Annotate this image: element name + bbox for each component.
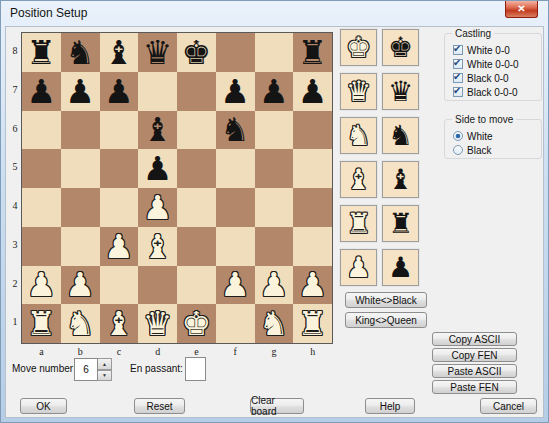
side-option-white: White bbox=[453, 130, 493, 142]
black-king-icon: ♚ bbox=[182, 36, 212, 69]
radio-white[interactable] bbox=[453, 131, 463, 141]
castling-option-black-0-0: ✔Black 0-0 bbox=[453, 72, 509, 84]
white-rook-icon: ♜ bbox=[298, 307, 328, 340]
rank-label-8: 8 bbox=[10, 32, 20, 71]
file-label-c: c bbox=[100, 345, 139, 358]
square-e7[interactable] bbox=[177, 72, 216, 111]
white-rook-icon: ♜ bbox=[27, 307, 57, 340]
square-h4[interactable] bbox=[293, 188, 332, 227]
side-to-move-group-label: Side to move bbox=[452, 114, 516, 125]
white-knight-icon: ♞ bbox=[65, 307, 95, 340]
square-b4[interactable] bbox=[61, 188, 100, 227]
square-h2[interactable]: ♟ bbox=[293, 266, 332, 305]
file-label-g: g bbox=[255, 345, 294, 358]
square-g1[interactable]: ♞ bbox=[255, 304, 294, 343]
palette-white-king[interactable]: ♚ bbox=[340, 29, 377, 66]
black-rook-icon: ♜ bbox=[298, 36, 328, 69]
square-f7[interactable]: ♟ bbox=[216, 72, 255, 111]
position-setup-dialog: Position Setup ✕ 87654321 ♜♞♝♛♚♜♟♟♟♟♟♟♝♞… bbox=[0, 0, 549, 423]
palette-black-knight[interactable]: ♞ bbox=[382, 117, 419, 154]
square-a4[interactable] bbox=[22, 188, 61, 227]
help-button[interactable]: Help bbox=[365, 398, 415, 414]
white-rook-icon: ♜ bbox=[346, 210, 371, 238]
palette-white-rook[interactable]: ♜ bbox=[340, 205, 377, 242]
check-icon: ✔ bbox=[453, 43, 461, 54]
white-pawn-icon: ♟ bbox=[298, 268, 328, 301]
black-king-icon: ♚ bbox=[388, 34, 413, 62]
black-pawn-icon: ♟ bbox=[104, 75, 134, 108]
palette-white-bishop[interactable]: ♝ bbox=[340, 161, 377, 198]
square-c3[interactable]: ♟ bbox=[100, 227, 139, 266]
black-queen-icon: ♛ bbox=[143, 36, 173, 69]
file-label-d: d bbox=[138, 345, 177, 358]
white-pawn-icon: ♟ bbox=[346, 254, 371, 282]
black-knight-icon: ♞ bbox=[220, 113, 250, 146]
square-f1[interactable] bbox=[216, 304, 255, 343]
square-d1[interactable]: ♛ bbox=[138, 304, 177, 343]
square-e1[interactable]: ♚ bbox=[177, 304, 216, 343]
white-bishop-icon: ♝ bbox=[143, 230, 173, 263]
square-a2[interactable]: ♟ bbox=[22, 266, 61, 305]
file-label-b: b bbox=[61, 345, 100, 358]
rank-label-2: 2 bbox=[10, 265, 20, 304]
square-f2[interactable]: ♟ bbox=[216, 266, 255, 305]
checkbox-label-black-0-0-0: Black 0-0-0 bbox=[467, 87, 518, 98]
square-h7[interactable]: ♟ bbox=[293, 72, 332, 111]
square-a6[interactable] bbox=[22, 111, 61, 150]
black-pawn-icon: ♟ bbox=[143, 152, 173, 185]
dialog-body: 87654321 ♜♞♝♛♚♜♟♟♟♟♟♟♝♞♟♟♟♝♟♟♟♟♟♜♞♝♛♚♞♜ … bbox=[5, 26, 544, 418]
checkbox-black-0-0[interactable]: ✔ bbox=[453, 73, 463, 83]
white-pawn-icon: ♟ bbox=[104, 230, 134, 263]
square-d7[interactable] bbox=[138, 72, 177, 111]
white-pawn-icon: ♟ bbox=[143, 191, 173, 224]
white-queen-icon: ♛ bbox=[346, 78, 371, 106]
square-g3[interactable] bbox=[255, 227, 294, 266]
square-c1[interactable]: ♝ bbox=[100, 304, 139, 343]
square-e4[interactable] bbox=[177, 188, 216, 227]
square-d5[interactable]: ♟ bbox=[138, 149, 177, 188]
square-c2[interactable] bbox=[100, 266, 139, 305]
black-pawn-icon: ♟ bbox=[27, 75, 57, 108]
square-a8[interactable]: ♜ bbox=[22, 33, 61, 72]
file-label-f: f bbox=[216, 345, 255, 358]
square-d8[interactable]: ♛ bbox=[138, 33, 177, 72]
spinner-up-icon[interactable]: ▲ bbox=[98, 358, 112, 370]
white-bishop-icon: ♝ bbox=[104, 307, 134, 340]
square-f6[interactable]: ♞ bbox=[216, 111, 255, 150]
square-d6[interactable]: ♝ bbox=[138, 111, 177, 150]
piece-palette: ♚♚♛♛♞♞♝♝♜♜♟♟ bbox=[340, 29, 419, 286]
palette-black-king[interactable]: ♚ bbox=[382, 29, 419, 66]
square-d2[interactable] bbox=[138, 266, 177, 305]
close-icon: ✕ bbox=[517, 3, 525, 14]
move-number-label: Move number: bbox=[12, 363, 76, 374]
copy-fen-button[interactable]: Copy FEN bbox=[432, 348, 517, 362]
black-pawn-icon: ♟ bbox=[298, 75, 328, 108]
rank-label-5: 5 bbox=[10, 148, 20, 187]
square-c6[interactable] bbox=[100, 111, 139, 150]
black-queen-icon: ♛ bbox=[388, 78, 413, 106]
paste-fen-button[interactable]: Paste FEN bbox=[432, 380, 517, 394]
square-d4[interactable]: ♟ bbox=[138, 188, 177, 227]
square-a3[interactable] bbox=[22, 227, 61, 266]
castling-group: Castling ✔White 0-0✔White 0-0-0✔Black 0-… bbox=[444, 33, 542, 101]
black-rook-icon: ♜ bbox=[27, 36, 57, 69]
king-queen-swap-button[interactable]: King<>Queen bbox=[345, 312, 427, 328]
side-option-black: Black bbox=[453, 144, 491, 156]
checkbox-white-0-0-0[interactable]: ✔ bbox=[453, 59, 463, 69]
checkbox-label-black-0-0: Black 0-0 bbox=[467, 73, 509, 84]
castling-option-white-0-0: ✔White 0-0 bbox=[453, 44, 510, 56]
square-a5[interactable] bbox=[22, 149, 61, 188]
black-pawn-icon: ♟ bbox=[220, 75, 250, 108]
square-h6[interactable] bbox=[293, 111, 332, 150]
square-h3[interactable] bbox=[293, 227, 332, 266]
reset-button[interactable]: Reset bbox=[134, 398, 185, 414]
square-g5[interactable] bbox=[255, 149, 294, 188]
en-passant-field[interactable] bbox=[185, 357, 206, 381]
black-bishop-icon: ♝ bbox=[104, 36, 134, 69]
white-knight-icon: ♞ bbox=[259, 307, 289, 340]
rank-label-4: 4 bbox=[10, 187, 20, 226]
move-number-stepper[interactable]: 6 ▲ ▼ bbox=[74, 358, 112, 381]
square-e8[interactable]: ♚ bbox=[177, 33, 216, 72]
palette-black-bishop[interactable]: ♝ bbox=[382, 161, 419, 198]
close-button[interactable]: ✕ bbox=[505, 1, 538, 18]
square-b8[interactable]: ♞ bbox=[61, 33, 100, 72]
white-pawn-icon: ♟ bbox=[27, 268, 57, 301]
checkbox-black-0-0-0[interactable]: ✔ bbox=[453, 87, 463, 97]
square-b6[interactable] bbox=[61, 111, 100, 150]
rank-labels: 87654321 bbox=[10, 32, 20, 342]
move-number-value[interactable]: 6 bbox=[74, 358, 98, 381]
square-c4[interactable] bbox=[100, 188, 139, 227]
square-g8[interactable] bbox=[255, 33, 294, 72]
square-b2[interactable]: ♟ bbox=[61, 266, 100, 305]
square-e5[interactable] bbox=[177, 149, 216, 188]
square-c8[interactable]: ♝ bbox=[100, 33, 139, 72]
black-bishop-icon: ♝ bbox=[143, 113, 173, 146]
check-icon: ✔ bbox=[453, 57, 461, 68]
square-a7[interactable]: ♟ bbox=[22, 72, 61, 111]
rank-label-3: 3 bbox=[10, 226, 20, 265]
ok-button[interactable]: OK bbox=[20, 398, 67, 414]
square-g4[interactable] bbox=[255, 188, 294, 227]
black-bishop-icon: ♝ bbox=[388, 166, 413, 194]
cancel-button[interactable]: Cancel bbox=[480, 398, 537, 414]
radio-label-white: White bbox=[467, 131, 493, 142]
square-c7[interactable]: ♟ bbox=[100, 72, 139, 111]
spinner-arrows: ▲ ▼ bbox=[98, 358, 112, 381]
checkbox-label-white-0-0: White 0-0 bbox=[467, 45, 510, 56]
radio-label-black: Black bbox=[467, 145, 491, 156]
castling-option-white-0-0-0: ✔White 0-0-0 bbox=[453, 58, 519, 70]
palette-white-queen[interactable]: ♛ bbox=[340, 73, 377, 110]
rank-label-7: 7 bbox=[10, 71, 20, 110]
black-pawn-icon: ♟ bbox=[388, 254, 413, 282]
white-black-swap-button[interactable]: White<>Black bbox=[345, 292, 427, 308]
white-pawn-icon: ♟ bbox=[65, 268, 95, 301]
white-queen-icon: ♛ bbox=[143, 307, 173, 340]
white-bishop-icon: ♝ bbox=[346, 166, 371, 194]
checkbox-white-0-0[interactable]: ✔ bbox=[453, 45, 463, 55]
square-b1[interactable]: ♞ bbox=[61, 304, 100, 343]
check-icon: ✔ bbox=[453, 71, 461, 82]
square-c5[interactable] bbox=[100, 149, 139, 188]
white-pawn-icon: ♟ bbox=[259, 268, 289, 301]
square-h8[interactable]: ♜ bbox=[293, 33, 332, 72]
file-label-a: a bbox=[22, 345, 61, 358]
square-g7[interactable]: ♟ bbox=[255, 72, 294, 111]
square-a1[interactable]: ♜ bbox=[22, 304, 61, 343]
paste-ascii-button[interactable]: Paste ASCII bbox=[432, 364, 517, 378]
black-knight-icon: ♞ bbox=[388, 122, 413, 150]
square-g6[interactable] bbox=[255, 111, 294, 150]
checkbox-label-white-0-0-0: White 0-0-0 bbox=[467, 59, 519, 70]
white-knight-icon: ♞ bbox=[346, 122, 371, 150]
palette-black-queen[interactable]: ♛ bbox=[382, 73, 419, 110]
square-h1[interactable]: ♜ bbox=[293, 304, 332, 343]
window-title: Position Setup bbox=[10, 6, 87, 20]
side-to-move-group: Side to move WhiteBlack bbox=[444, 119, 542, 159]
square-b7[interactable]: ♟ bbox=[61, 72, 100, 111]
palette-white-knight[interactable]: ♞ bbox=[340, 117, 377, 154]
clear-board-button[interactable]: Clear board bbox=[250, 398, 304, 414]
white-king-icon: ♚ bbox=[182, 307, 212, 340]
square-b3[interactable] bbox=[61, 227, 100, 266]
castling-group-label: Castling bbox=[452, 28, 494, 39]
rank-label-1: 1 bbox=[10, 303, 20, 342]
palette-white-pawn[interactable]: ♟ bbox=[340, 249, 377, 286]
black-pawn-icon: ♟ bbox=[65, 75, 95, 108]
en-passant-label: En passant: bbox=[130, 363, 183, 374]
square-f5[interactable] bbox=[216, 149, 255, 188]
radio-black[interactable] bbox=[453, 145, 463, 155]
chess-board: ♜♞♝♛♚♜♟♟♟♟♟♟♝♞♟♟♟♝♟♟♟♟♟♜♞♝♛♚♞♜ bbox=[21, 32, 333, 344]
spinner-down-icon[interactable]: ▼ bbox=[98, 370, 112, 382]
castling-option-black-0-0-0: ✔Black 0-0-0 bbox=[453, 86, 518, 98]
square-e6[interactable] bbox=[177, 111, 216, 150]
square-f4[interactable] bbox=[216, 188, 255, 227]
black-rook-icon: ♜ bbox=[388, 210, 413, 238]
palette-black-rook[interactable]: ♜ bbox=[382, 205, 419, 242]
black-pawn-icon: ♟ bbox=[259, 75, 289, 108]
square-f8[interactable] bbox=[216, 33, 255, 72]
square-h5[interactable] bbox=[293, 149, 332, 188]
file-label-h: h bbox=[293, 345, 332, 358]
rank-label-6: 6 bbox=[10, 110, 20, 149]
square-e2[interactable] bbox=[177, 266, 216, 305]
white-pawn-icon: ♟ bbox=[220, 268, 250, 301]
square-b5[interactable] bbox=[61, 149, 100, 188]
check-icon: ✔ bbox=[453, 85, 461, 96]
white-king-icon: ♚ bbox=[346, 34, 371, 62]
copy-ascii-button[interactable]: Copy ASCII bbox=[432, 332, 517, 346]
square-e3[interactable] bbox=[177, 227, 216, 266]
square-f3[interactable] bbox=[216, 227, 255, 266]
palette-black-pawn[interactable]: ♟ bbox=[382, 249, 419, 286]
file-labels: abcdefgh bbox=[22, 345, 332, 358]
square-d3[interactable]: ♝ bbox=[138, 227, 177, 266]
black-knight-icon: ♞ bbox=[65, 36, 95, 69]
square-g2[interactable]: ♟ bbox=[255, 266, 294, 305]
